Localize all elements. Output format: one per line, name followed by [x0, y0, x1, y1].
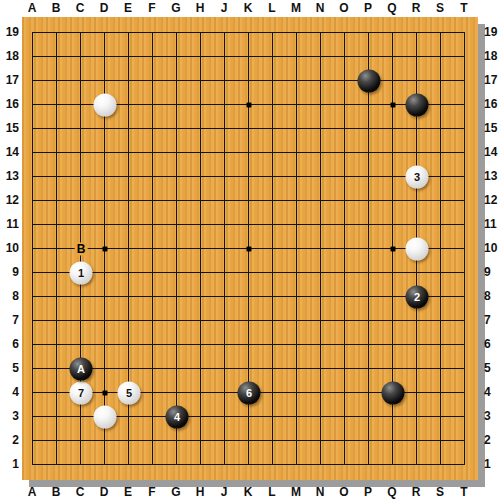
col-label-top-R: R	[404, 0, 428, 16]
col-label-bottom-P: P	[356, 484, 380, 500]
stone-label-1: 1	[78, 268, 84, 279]
stone-label-A: A	[77, 364, 85, 375]
stone-white-E4[interactable]: 5	[118, 382, 141, 405]
row-label-left-15: 15	[0, 120, 19, 136]
col-label-bottom-J: J	[212, 484, 236, 500]
col-label-bottom-N: N	[308, 484, 332, 500]
col-label-top-J: J	[212, 0, 236, 16]
row-label-left-6: 6	[0, 336, 19, 352]
stone-black-R8[interactable]: 2	[406, 286, 429, 309]
stone-label-7: 7	[78, 388, 84, 399]
col-label-bottom-R: R	[404, 484, 428, 500]
go-diagram-page: 326457A1B AABBCCDDEEFFGGHHJJKKLLMMNNOOPP…	[0, 0, 500, 500]
row-label-right-16: 16	[484, 96, 500, 112]
col-label-top-M: M	[284, 0, 308, 16]
grid-line-horizontal	[32, 464, 465, 465]
col-label-top-N: N	[308, 0, 332, 16]
col-label-bottom-A: A	[20, 484, 44, 500]
stone-black-K4[interactable]: 6	[238, 382, 261, 405]
col-label-bottom-C: C	[68, 484, 92, 500]
row-label-left-8: 8	[0, 288, 19, 304]
stone-black-Q4[interactable]	[382, 382, 405, 405]
stone-label-3: 3	[414, 172, 420, 183]
col-label-top-F: F	[140, 0, 164, 16]
col-label-bottom-T: T	[452, 484, 476, 500]
row-label-left-3: 3	[0, 408, 19, 424]
row-label-right-12: 12	[484, 192, 500, 208]
row-label-left-12: 12	[0, 192, 19, 208]
go-board[interactable]: 326457A1B	[22, 17, 478, 480]
col-label-bottom-S: S	[428, 484, 452, 500]
col-label-bottom-L: L	[260, 484, 284, 500]
col-label-top-D: D	[92, 0, 116, 16]
row-label-left-17: 17	[0, 72, 19, 88]
col-label-top-C: C	[68, 0, 92, 16]
row-label-right-7: 7	[484, 312, 500, 328]
col-label-bottom-M: M	[284, 484, 308, 500]
grid-line-horizontal	[32, 368, 465, 369]
row-label-right-2: 2	[484, 432, 500, 448]
col-label-bottom-O: O	[332, 484, 356, 500]
star-point-Q10	[391, 247, 396, 252]
row-label-right-19: 19	[484, 24, 500, 40]
stone-white-R10[interactable]	[406, 238, 429, 261]
row-label-right-13: 13	[484, 168, 500, 184]
row-label-right-10: 10	[484, 240, 500, 256]
col-label-bottom-H: H	[188, 484, 212, 500]
row-label-right-5: 5	[484, 360, 500, 376]
row-label-left-5: 5	[0, 360, 19, 376]
stone-white-D16[interactable]	[94, 94, 117, 117]
col-label-top-P: P	[356, 0, 380, 16]
row-label-left-13: 13	[0, 168, 19, 184]
col-label-top-H: H	[188, 0, 212, 16]
row-label-left-4: 4	[0, 384, 19, 400]
col-label-top-B: B	[44, 0, 68, 16]
stone-black-R16[interactable]	[406, 94, 429, 117]
row-label-left-7: 7	[0, 312, 19, 328]
row-label-right-18: 18	[484, 48, 500, 64]
row-label-left-11: 11	[0, 216, 19, 232]
grid-line-horizontal	[32, 440, 465, 441]
col-label-top-G: G	[164, 0, 188, 16]
col-label-top-A: A	[20, 0, 44, 16]
star-point-Q16	[391, 103, 396, 108]
col-label-bottom-G: G	[164, 484, 188, 500]
stone-label-6: 6	[246, 388, 252, 399]
stone-white-C9[interactable]: 1	[70, 262, 93, 285]
grid-line-horizontal	[32, 272, 465, 273]
row-label-right-11: 11	[484, 216, 500, 232]
col-label-top-L: L	[260, 0, 284, 16]
col-label-top-S: S	[428, 0, 452, 16]
col-label-bottom-D: D	[92, 484, 116, 500]
col-label-top-K: K	[236, 0, 260, 16]
stone-white-D3[interactable]	[94, 406, 117, 429]
star-point-D4	[103, 391, 108, 396]
stone-black-P17[interactable]	[358, 70, 381, 93]
row-label-left-9: 9	[0, 264, 19, 280]
col-label-top-T: T	[452, 0, 476, 16]
col-label-bottom-K: K	[236, 484, 260, 500]
col-label-bottom-B: B	[44, 484, 68, 500]
grid-line-horizontal	[32, 320, 465, 321]
row-label-right-15: 15	[484, 120, 500, 136]
grid-line-vertical	[296, 32, 297, 465]
col-label-bottom-E: E	[116, 484, 140, 500]
star-point-K16	[247, 103, 252, 108]
stone-black-G3[interactable]: 4	[166, 406, 189, 429]
row-label-right-1: 1	[484, 456, 500, 472]
stone-label-4: 4	[174, 412, 180, 423]
stone-white-C4[interactable]: 7	[70, 382, 93, 405]
row-label-left-16: 16	[0, 96, 19, 112]
row-label-right-3: 3	[484, 408, 500, 424]
row-label-left-18: 18	[0, 48, 19, 64]
row-label-left-19: 19	[0, 24, 19, 40]
grid-line-vertical	[464, 32, 465, 465]
stone-black-C5[interactable]: A	[70, 358, 93, 381]
row-label-left-1: 1	[0, 456, 19, 472]
col-label-top-E: E	[116, 0, 140, 16]
board-grid: 326457A1B	[32, 32, 465, 465]
stone-label-5: 5	[126, 388, 132, 399]
row-label-left-14: 14	[0, 144, 19, 160]
grid-line-horizontal	[32, 344, 465, 345]
col-label-top-O: O	[332, 0, 356, 16]
grid-line-vertical	[440, 32, 441, 465]
grid-line-vertical	[320, 32, 321, 465]
star-point-K10	[247, 247, 252, 252]
row-label-right-6: 6	[484, 336, 500, 352]
star-point-D10	[103, 247, 108, 252]
row-label-left-2: 2	[0, 432, 19, 448]
col-label-top-Q: Q	[380, 0, 404, 16]
grid-line-vertical	[272, 32, 273, 465]
grid-line-horizontal	[32, 296, 465, 297]
grid-line-vertical	[368, 32, 369, 465]
col-label-bottom-F: F	[140, 484, 164, 500]
row-label-right-14: 14	[484, 144, 500, 160]
stone-white-R13[interactable]: 3	[406, 166, 429, 189]
row-label-right-17: 17	[484, 72, 500, 88]
point-marker-B: B	[75, 243, 88, 256]
grid-line-vertical	[344, 32, 345, 465]
stone-label-2: 2	[414, 292, 420, 303]
row-label-right-9: 9	[484, 264, 500, 280]
row-label-right-8: 8	[484, 288, 500, 304]
row-label-left-10: 10	[0, 240, 19, 256]
row-label-right-4: 4	[484, 384, 500, 400]
col-label-bottom-Q: Q	[380, 484, 404, 500]
